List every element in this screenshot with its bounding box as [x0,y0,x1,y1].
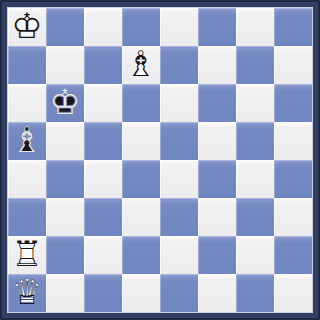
square-h1[interactable] [274,274,312,312]
square-b7[interactable] [46,46,84,84]
square-d6[interactable] [122,84,160,122]
square-h2[interactable] [274,236,312,274]
square-e2[interactable] [160,236,198,274]
square-b4[interactable] [46,160,84,198]
square-b8[interactable] [46,8,84,46]
square-a2[interactable]: ♜♖ [8,236,46,274]
square-g3[interactable] [236,198,274,236]
square-c6[interactable] [84,84,122,122]
square-h7[interactable] [274,46,312,84]
square-b1[interactable] [46,274,84,312]
square-a5[interactable]: ♝♗ [8,122,46,160]
square-c7[interactable] [84,46,122,84]
square-c4[interactable] [84,160,122,198]
square-f1[interactable] [198,274,236,312]
square-a3[interactable] [8,198,46,236]
square-f6[interactable] [198,84,236,122]
square-e7[interactable] [160,46,198,84]
square-c5[interactable] [84,122,122,160]
square-a7[interactable] [8,46,46,84]
square-e5[interactable] [160,122,198,160]
square-a4[interactable] [8,160,46,198]
square-d4[interactable] [122,160,160,198]
white-king-outline-glyph: ♔ [8,9,46,44]
square-g6[interactable] [236,84,274,122]
square-h6[interactable] [274,84,312,122]
square-g5[interactable] [236,122,274,160]
piece-white-bishop[interactable]: ♝♗ [122,46,160,84]
white-bishop-outline-glyph: ♗ [122,47,160,82]
square-g2[interactable] [236,236,274,274]
square-f3[interactable] [198,198,236,236]
square-f5[interactable] [198,122,236,160]
chessboard-frame: ♚♔♝♗♚♔♝♗♜♖♛♕ [0,0,320,320]
square-h5[interactable] [274,122,312,160]
square-f7[interactable] [198,46,236,84]
piece-white-queen[interactable]: ♛♕ [8,274,46,312]
square-d2[interactable] [122,236,160,274]
square-d7[interactable]: ♝♗ [122,46,160,84]
square-d3[interactable] [122,198,160,236]
square-f8[interactable] [198,8,236,46]
white-rook-outline-glyph: ♖ [8,237,46,272]
piece-white-king[interactable]: ♚♔ [8,8,46,46]
square-e8[interactable] [160,8,198,46]
square-f2[interactable] [198,236,236,274]
square-b2[interactable] [46,236,84,274]
square-c8[interactable] [84,8,122,46]
white-queen-outline-glyph: ♕ [8,275,46,310]
square-d8[interactable] [122,8,160,46]
square-d5[interactable] [122,122,160,160]
piece-black-bishop[interactable]: ♝♗ [8,122,46,160]
square-a1[interactable]: ♛♕ [8,274,46,312]
square-g1[interactable] [236,274,274,312]
piece-white-rook[interactable]: ♜♖ [8,236,46,274]
piece-black-king[interactable]: ♚♔ [46,84,84,122]
square-c3[interactable] [84,198,122,236]
chessboard: ♚♔♝♗♚♔♝♗♜♖♛♕ [7,7,313,313]
square-f4[interactable] [198,160,236,198]
square-c2[interactable] [84,236,122,274]
square-g4[interactable] [236,160,274,198]
square-e4[interactable] [160,160,198,198]
square-e1[interactable] [160,274,198,312]
square-d1[interactable] [122,274,160,312]
square-b6[interactable]: ♚♔ [46,84,84,122]
square-h8[interactable] [274,8,312,46]
square-e3[interactable] [160,198,198,236]
square-b3[interactable] [46,198,84,236]
square-g7[interactable] [236,46,274,84]
square-h3[interactable] [274,198,312,236]
square-c1[interactable] [84,274,122,312]
black-bishop-outline-glyph: ♗ [8,123,46,158]
square-h4[interactable] [274,160,312,198]
square-a6[interactable] [8,84,46,122]
square-e6[interactable] [160,84,198,122]
square-b5[interactable] [46,122,84,160]
black-king-outline-glyph: ♔ [46,85,84,120]
square-a8[interactable]: ♚♔ [8,8,46,46]
square-g8[interactable] [236,8,274,46]
